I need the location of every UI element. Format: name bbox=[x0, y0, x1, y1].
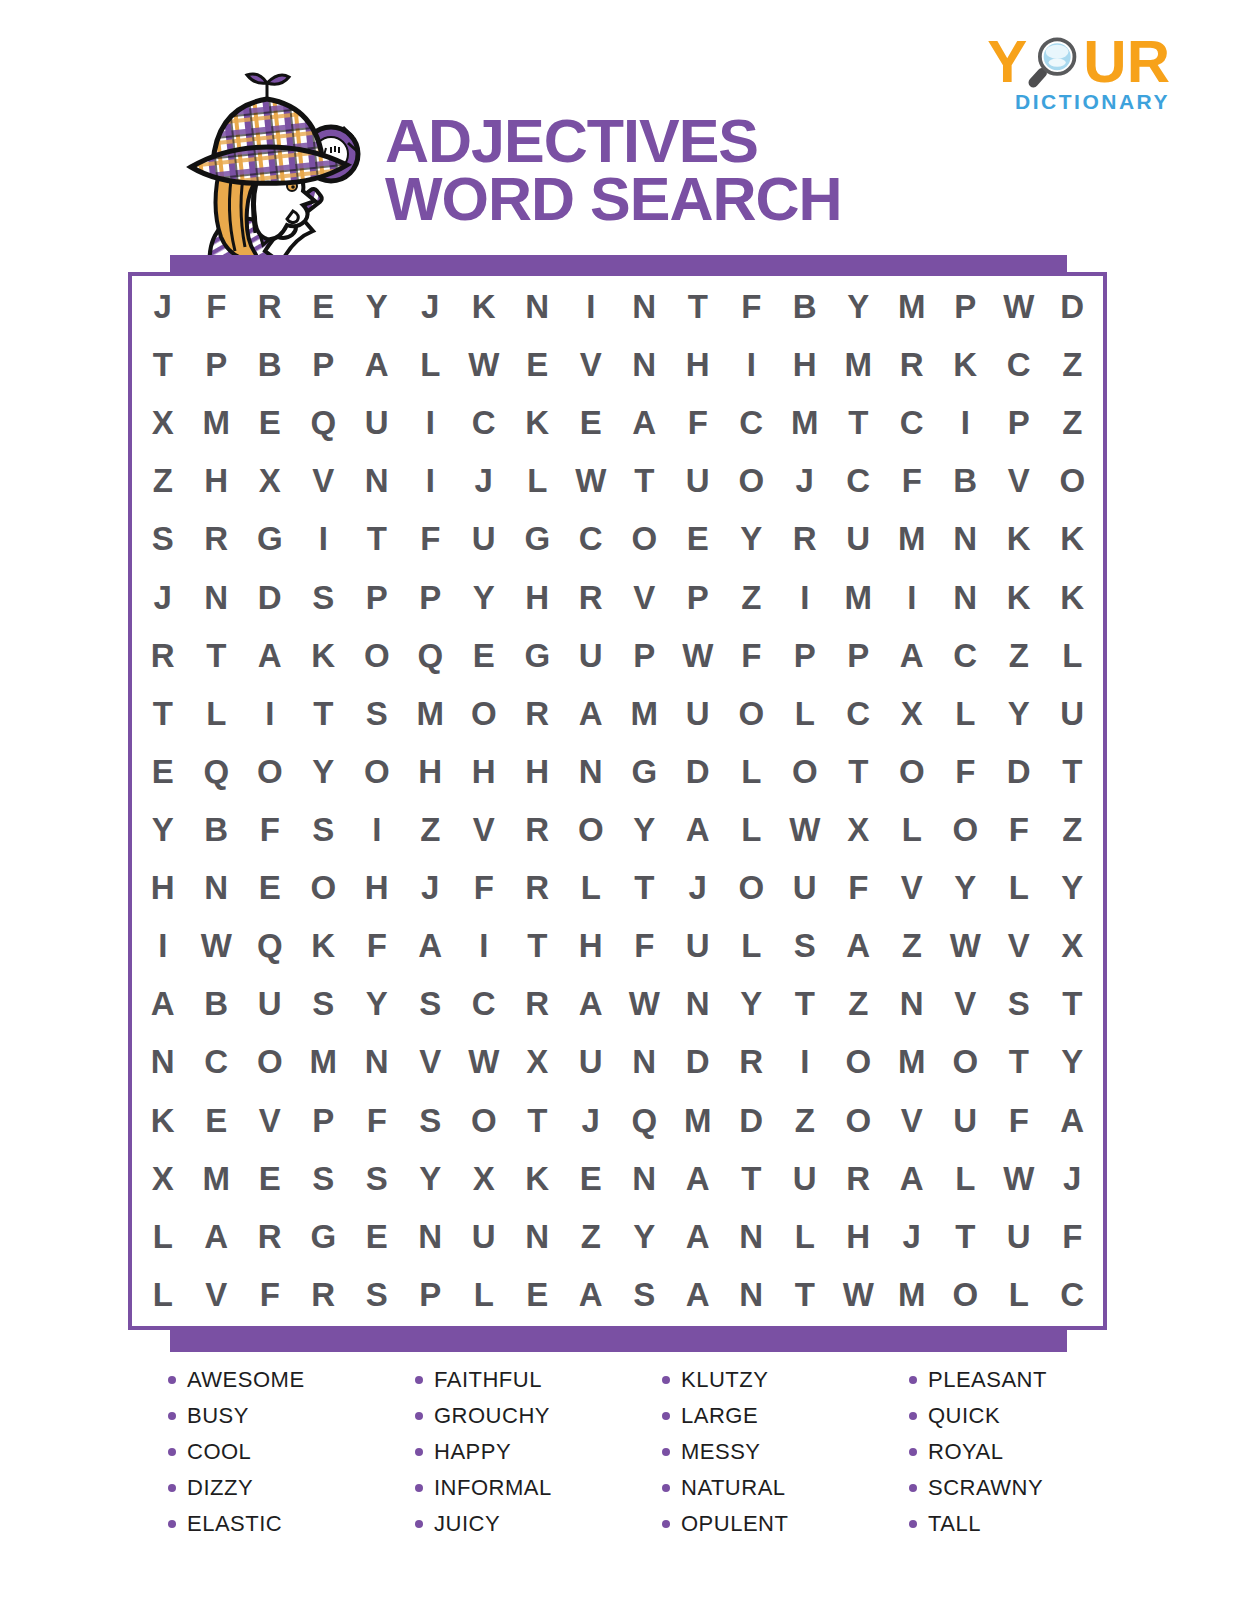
grid-cell[interactable]: P bbox=[992, 394, 1046, 452]
grid-cell[interactable]: M bbox=[618, 685, 672, 743]
grid-cell[interactable]: E bbox=[564, 1150, 618, 1208]
grid-cell[interactable]: P bbox=[404, 1266, 458, 1324]
grid-cell[interactable]: I bbox=[350, 801, 404, 859]
grid-cell[interactable]: A bbox=[885, 627, 939, 685]
grid-cell[interactable]: K bbox=[511, 394, 565, 452]
grid-cell[interactable]: N bbox=[564, 743, 618, 801]
grid-cell[interactable]: B bbox=[939, 452, 993, 510]
grid-cell[interactable]: N bbox=[939, 569, 993, 627]
grid-cell[interactable]: K bbox=[297, 917, 351, 975]
grid-cell[interactable]: J bbox=[404, 278, 458, 336]
grid-cell[interactable]: Y bbox=[350, 278, 404, 336]
grid-cell[interactable]: L bbox=[725, 917, 779, 975]
grid-cell[interactable]: N bbox=[190, 859, 244, 917]
grid-cell[interactable]: F bbox=[350, 917, 404, 975]
grid-cell[interactable]: O bbox=[832, 1092, 886, 1150]
grid-cell[interactable]: Y bbox=[832, 278, 886, 336]
grid-cell[interactable]: G bbox=[511, 510, 565, 568]
grid-cell[interactable]: X bbox=[136, 394, 190, 452]
grid-cell[interactable]: I bbox=[297, 510, 351, 568]
grid-cell[interactable]: F bbox=[618, 917, 672, 975]
grid-cell[interactable]: S bbox=[136, 510, 190, 568]
grid-cell[interactable]: B bbox=[778, 278, 832, 336]
grid-cell[interactable]: P bbox=[618, 627, 672, 685]
grid-cell[interactable]: Y bbox=[1046, 1033, 1100, 1091]
grid-cell[interactable]: N bbox=[671, 975, 725, 1033]
grid-cell[interactable]: X bbox=[511, 1033, 565, 1091]
grid-cell[interactable]: K bbox=[511, 1150, 565, 1208]
grid-cell[interactable]: V bbox=[297, 452, 351, 510]
grid-cell[interactable]: N bbox=[725, 1208, 779, 1266]
grid-cell[interactable]: L bbox=[885, 801, 939, 859]
grid-cell[interactable]: T bbox=[671, 278, 725, 336]
grid-cell[interactable]: R bbox=[511, 859, 565, 917]
grid-cell[interactable]: P bbox=[832, 627, 886, 685]
grid-cell[interactable]: K bbox=[1046, 569, 1100, 627]
grid-cell[interactable]: U bbox=[457, 510, 511, 568]
grid-cell[interactable]: P bbox=[404, 569, 458, 627]
grid-cell[interactable]: R bbox=[511, 801, 565, 859]
grid-cell[interactable]: X bbox=[832, 801, 886, 859]
grid-cell[interactable]: H bbox=[778, 336, 832, 394]
grid-cell[interactable]: F bbox=[725, 278, 779, 336]
grid-cell[interactable]: L bbox=[1046, 627, 1100, 685]
grid-cell[interactable]: M bbox=[671, 1092, 725, 1150]
grid-cell[interactable]: F bbox=[992, 1092, 1046, 1150]
grid-cell[interactable]: S bbox=[350, 1266, 404, 1324]
grid-cell[interactable]: O bbox=[885, 743, 939, 801]
grid-cell[interactable]: H bbox=[350, 859, 404, 917]
grid-cell[interactable]: V bbox=[939, 975, 993, 1033]
grid-cell[interactable]: L bbox=[564, 859, 618, 917]
grid-cell[interactable]: H bbox=[136, 859, 190, 917]
grid-cell[interactable]: Y bbox=[725, 975, 779, 1033]
grid-cell[interactable]: T bbox=[778, 975, 832, 1033]
grid-cell[interactable]: T bbox=[136, 336, 190, 394]
grid-cell[interactable]: Q bbox=[243, 917, 297, 975]
grid-cell[interactable]: I bbox=[564, 278, 618, 336]
grid-cell[interactable]: J bbox=[457, 452, 511, 510]
grid-cell[interactable]: N bbox=[511, 278, 565, 336]
grid-cell[interactable]: Y bbox=[939, 859, 993, 917]
grid-cell[interactable]: V bbox=[190, 1266, 244, 1324]
grid-cell[interactable]: B bbox=[190, 801, 244, 859]
grid-cell[interactable]: A bbox=[564, 685, 618, 743]
grid-cell[interactable]: X bbox=[1046, 917, 1100, 975]
grid-cell[interactable]: F bbox=[671, 394, 725, 452]
grid-cell[interactable]: T bbox=[618, 452, 672, 510]
grid-cell[interactable]: B bbox=[190, 975, 244, 1033]
grid-cell[interactable]: W bbox=[832, 1266, 886, 1324]
grid-cell[interactable]: D bbox=[671, 1033, 725, 1091]
grid-cell[interactable]: A bbox=[350, 336, 404, 394]
grid-cell[interactable]: D bbox=[1046, 278, 1100, 336]
grid-cell[interactable]: N bbox=[939, 510, 993, 568]
grid-cell[interactable]: I bbox=[778, 1033, 832, 1091]
grid-cell[interactable]: U bbox=[778, 859, 832, 917]
grid-cell[interactable]: H bbox=[457, 743, 511, 801]
grid-cell[interactable]: R bbox=[243, 1208, 297, 1266]
grid-cell[interactable]: K bbox=[136, 1092, 190, 1150]
grid-cell[interactable]: O bbox=[618, 510, 672, 568]
grid-cell[interactable]: U bbox=[564, 1033, 618, 1091]
grid-cell[interactable]: N bbox=[350, 1033, 404, 1091]
grid-cell[interactable]: J bbox=[136, 569, 190, 627]
grid-cell[interactable]: T bbox=[511, 1092, 565, 1150]
grid-cell[interactable]: L bbox=[725, 801, 779, 859]
grid-cell[interactable]: M bbox=[404, 685, 458, 743]
grid-cell[interactable]: I bbox=[939, 394, 993, 452]
grid-cell[interactable]: W bbox=[564, 452, 618, 510]
grid-cell[interactable]: J bbox=[1046, 1150, 1100, 1208]
grid-cell[interactable]: S bbox=[404, 975, 458, 1033]
grid-cell[interactable]: Y bbox=[457, 569, 511, 627]
grid-cell[interactable]: L bbox=[778, 1208, 832, 1266]
grid-cell[interactable]: Z bbox=[1046, 394, 1100, 452]
grid-cell[interactable]: O bbox=[350, 627, 404, 685]
grid-cell[interactable]: H bbox=[564, 917, 618, 975]
grid-cell[interactable]: S bbox=[297, 1150, 351, 1208]
grid-cell[interactable]: I bbox=[725, 336, 779, 394]
grid-cell[interactable]: M bbox=[190, 394, 244, 452]
grid-cell[interactable]: R bbox=[511, 685, 565, 743]
grid-cell[interactable]: C bbox=[457, 975, 511, 1033]
grid-cell[interactable]: S bbox=[992, 975, 1046, 1033]
grid-cell[interactable]: U bbox=[457, 1208, 511, 1266]
grid-cell[interactable]: Y bbox=[725, 510, 779, 568]
grid-cell[interactable]: V bbox=[564, 336, 618, 394]
grid-cell[interactable]: Q bbox=[618, 1092, 672, 1150]
grid-cell[interactable]: X bbox=[885, 685, 939, 743]
grid-cell[interactable]: X bbox=[136, 1150, 190, 1208]
grid-cell[interactable]: N bbox=[618, 1033, 672, 1091]
grid-cell[interactable]: P bbox=[297, 336, 351, 394]
grid-cell[interactable]: S bbox=[350, 685, 404, 743]
grid-cell[interactable]: F bbox=[404, 510, 458, 568]
grid-cell[interactable]: R bbox=[725, 1033, 779, 1091]
grid-cell[interactable]: E bbox=[297, 278, 351, 336]
grid-cell[interactable]: F bbox=[1046, 1208, 1100, 1266]
grid-cell[interactable]: F bbox=[243, 1266, 297, 1324]
grid-cell[interactable]: P bbox=[297, 1092, 351, 1150]
grid-cell[interactable]: W bbox=[457, 336, 511, 394]
grid-cell[interactable]: B bbox=[243, 336, 297, 394]
grid-cell[interactable]: F bbox=[457, 859, 511, 917]
grid-cell[interactable]: R bbox=[190, 510, 244, 568]
grid-cell[interactable]: L bbox=[939, 685, 993, 743]
grid-cell[interactable]: H bbox=[404, 743, 458, 801]
grid-cell[interactable]: T bbox=[618, 859, 672, 917]
grid-cell[interactable]: J bbox=[136, 278, 190, 336]
grid-cell[interactable]: S bbox=[297, 801, 351, 859]
grid-cell[interactable]: M bbox=[190, 1150, 244, 1208]
grid-cell[interactable]: O bbox=[1046, 452, 1100, 510]
grid-cell[interactable]: C bbox=[190, 1033, 244, 1091]
grid-cell[interactable]: V bbox=[243, 1092, 297, 1150]
grid-cell[interactable]: I bbox=[457, 917, 511, 975]
grid-cell[interactable]: L bbox=[992, 859, 1046, 917]
grid-cell[interactable]: U bbox=[671, 452, 725, 510]
grid-cell[interactable]: L bbox=[457, 1266, 511, 1324]
grid-cell[interactable]: Y bbox=[404, 1150, 458, 1208]
grid-cell[interactable]: F bbox=[939, 743, 993, 801]
grid-cell[interactable]: O bbox=[457, 685, 511, 743]
grid-cell[interactable]: U bbox=[671, 685, 725, 743]
grid-cell[interactable]: L bbox=[404, 336, 458, 394]
grid-cell[interactable]: L bbox=[778, 685, 832, 743]
grid-cell[interactable]: Q bbox=[190, 743, 244, 801]
grid-cell[interactable]: F bbox=[350, 1092, 404, 1150]
grid-cell[interactable]: N bbox=[190, 569, 244, 627]
grid-cell[interactable]: U bbox=[778, 1150, 832, 1208]
grid-cell[interactable]: C bbox=[1046, 1266, 1100, 1324]
grid-cell[interactable]: S bbox=[618, 1266, 672, 1324]
grid-cell[interactable]: D bbox=[671, 743, 725, 801]
grid-cell[interactable]: R bbox=[243, 278, 297, 336]
grid-cell[interactable]: A bbox=[1046, 1092, 1100, 1150]
grid-cell[interactable]: A bbox=[885, 1150, 939, 1208]
grid-cell[interactable]: T bbox=[832, 394, 886, 452]
grid-cell[interactable]: C bbox=[725, 394, 779, 452]
grid-cell[interactable]: M bbox=[885, 1033, 939, 1091]
grid-cell[interactable]: H bbox=[190, 452, 244, 510]
grid-cell[interactable]: R bbox=[297, 1266, 351, 1324]
grid-cell[interactable]: W bbox=[457, 1033, 511, 1091]
grid-cell[interactable]: J bbox=[404, 859, 458, 917]
grid-cell[interactable]: I bbox=[404, 452, 458, 510]
grid-cell[interactable]: E bbox=[243, 859, 297, 917]
grid-cell[interactable]: V bbox=[992, 917, 1046, 975]
grid-cell[interactable]: T bbox=[136, 685, 190, 743]
grid-cell[interactable]: W bbox=[778, 801, 832, 859]
grid-cell[interactable]: A bbox=[671, 1208, 725, 1266]
grid-cell[interactable]: N bbox=[885, 975, 939, 1033]
grid-cell[interactable]: X bbox=[243, 452, 297, 510]
grid-cell[interactable]: F bbox=[243, 801, 297, 859]
grid-cell[interactable]: Y bbox=[618, 1208, 672, 1266]
grid-cell[interactable]: T bbox=[992, 1033, 1046, 1091]
grid-cell[interactable]: T bbox=[511, 917, 565, 975]
grid-cell[interactable]: C bbox=[992, 336, 1046, 394]
grid-cell[interactable]: L bbox=[992, 1266, 1046, 1324]
grid-cell[interactable]: E bbox=[511, 1266, 565, 1324]
grid-cell[interactable]: T bbox=[190, 627, 244, 685]
grid-cell[interactable]: M bbox=[832, 569, 886, 627]
grid-cell[interactable]: P bbox=[350, 569, 404, 627]
grid-cell[interactable]: K bbox=[992, 569, 1046, 627]
grid-cell[interactable]: R bbox=[778, 510, 832, 568]
grid-cell[interactable]: E bbox=[243, 394, 297, 452]
grid-cell[interactable]: J bbox=[778, 452, 832, 510]
grid-cell[interactable]: L bbox=[939, 1150, 993, 1208]
grid-cell[interactable]: U bbox=[350, 394, 404, 452]
grid-cell[interactable]: G bbox=[511, 627, 565, 685]
grid-cell[interactable]: A bbox=[404, 917, 458, 975]
grid-cell[interactable]: I bbox=[778, 569, 832, 627]
grid-cell[interactable]: H bbox=[671, 336, 725, 394]
grid-cell[interactable]: Z bbox=[1046, 336, 1100, 394]
grid-cell[interactable]: P bbox=[190, 336, 244, 394]
grid-cell[interactable]: D bbox=[992, 743, 1046, 801]
grid-cell[interactable]: N bbox=[136, 1033, 190, 1091]
grid-cell[interactable]: R bbox=[885, 336, 939, 394]
grid-cell[interactable]: W bbox=[992, 278, 1046, 336]
grid-cell[interactable]: E bbox=[564, 394, 618, 452]
grid-cell[interactable]: N bbox=[618, 336, 672, 394]
grid-cell[interactable]: P bbox=[939, 278, 993, 336]
grid-cell[interactable]: P bbox=[778, 627, 832, 685]
grid-cell[interactable]: A bbox=[564, 975, 618, 1033]
grid-cell[interactable]: Q bbox=[297, 394, 351, 452]
grid-cell[interactable]: Q bbox=[404, 627, 458, 685]
grid-cell[interactable]: F bbox=[190, 278, 244, 336]
grid-cell[interactable]: O bbox=[243, 1033, 297, 1091]
grid-cell[interactable]: E bbox=[457, 627, 511, 685]
grid-cell[interactable]: R bbox=[511, 975, 565, 1033]
grid-cell[interactable]: F bbox=[885, 452, 939, 510]
grid-cell[interactable]: W bbox=[618, 975, 672, 1033]
grid-cell[interactable]: J bbox=[885, 1208, 939, 1266]
grid-cell[interactable]: H bbox=[511, 569, 565, 627]
grid-cell[interactable]: O bbox=[457, 1092, 511, 1150]
grid-cell[interactable]: E bbox=[190, 1092, 244, 1150]
grid-cell[interactable]: O bbox=[350, 743, 404, 801]
grid-cell[interactable]: L bbox=[511, 452, 565, 510]
grid-cell[interactable]: V bbox=[992, 452, 1046, 510]
grid-cell[interactable]: S bbox=[404, 1092, 458, 1150]
grid-cell[interactable]: Z bbox=[404, 801, 458, 859]
grid-cell[interactable]: M bbox=[885, 278, 939, 336]
grid-cell[interactable]: A bbox=[136, 975, 190, 1033]
grid-cell[interactable]: K bbox=[939, 336, 993, 394]
grid-cell[interactable]: N bbox=[618, 278, 672, 336]
grid-cell[interactable]: G bbox=[243, 510, 297, 568]
grid-cell[interactable]: A bbox=[564, 1266, 618, 1324]
grid-cell[interactable]: E bbox=[350, 1208, 404, 1266]
grid-cell[interactable]: O bbox=[725, 452, 779, 510]
grid-cell[interactable]: E bbox=[243, 1150, 297, 1208]
grid-cell[interactable]: K bbox=[457, 278, 511, 336]
grid-cell[interactable]: Y bbox=[618, 801, 672, 859]
grid-cell[interactable]: C bbox=[564, 510, 618, 568]
grid-cell[interactable]: N bbox=[350, 452, 404, 510]
grid-cell[interactable]: Z bbox=[778, 1092, 832, 1150]
grid-cell[interactable]: V bbox=[618, 569, 672, 627]
grid-cell[interactable]: L bbox=[136, 1266, 190, 1324]
grid-cell[interactable]: Z bbox=[725, 569, 779, 627]
grid-cell[interactable]: L bbox=[136, 1208, 190, 1266]
grid-cell[interactable]: R bbox=[136, 627, 190, 685]
grid-cell[interactable]: U bbox=[832, 510, 886, 568]
grid-cell[interactable]: A bbox=[671, 1150, 725, 1208]
grid-cell[interactable]: U bbox=[564, 627, 618, 685]
grid-cell[interactable]: N bbox=[404, 1208, 458, 1266]
grid-cell[interactable]: K bbox=[297, 627, 351, 685]
grid-cell[interactable]: Y bbox=[136, 801, 190, 859]
grid-cell[interactable]: I bbox=[404, 394, 458, 452]
grid-cell[interactable]: W bbox=[939, 917, 993, 975]
grid-cell[interactable]: U bbox=[243, 975, 297, 1033]
grid-cell[interactable]: T bbox=[778, 1266, 832, 1324]
grid-cell[interactable]: J bbox=[564, 1092, 618, 1150]
grid-cell[interactable]: T bbox=[297, 685, 351, 743]
grid-cell[interactable]: H bbox=[511, 743, 565, 801]
grid-cell[interactable]: U bbox=[671, 917, 725, 975]
grid-cell[interactable]: A bbox=[832, 917, 886, 975]
grid-cell[interactable]: C bbox=[832, 685, 886, 743]
grid-cell[interactable]: H bbox=[832, 1208, 886, 1266]
grid-cell[interactable]: M bbox=[297, 1033, 351, 1091]
grid-cell[interactable]: G bbox=[618, 743, 672, 801]
grid-cell[interactable]: J bbox=[671, 859, 725, 917]
grid-cell[interactable]: C bbox=[832, 452, 886, 510]
grid-cell[interactable]: Z bbox=[136, 452, 190, 510]
grid-cell[interactable]: O bbox=[778, 743, 832, 801]
grid-cell[interactable]: O bbox=[832, 1033, 886, 1091]
grid-cell[interactable]: W bbox=[671, 627, 725, 685]
grid-cell[interactable]: O bbox=[725, 859, 779, 917]
grid-cell[interactable]: N bbox=[511, 1208, 565, 1266]
grid-cell[interactable]: E bbox=[671, 510, 725, 568]
grid-cell[interactable]: S bbox=[350, 1150, 404, 1208]
grid-cell[interactable]: Z bbox=[992, 627, 1046, 685]
grid-cell[interactable]: Y bbox=[350, 975, 404, 1033]
grid-cell[interactable]: E bbox=[136, 743, 190, 801]
grid-cell[interactable]: T bbox=[725, 1150, 779, 1208]
grid-cell[interactable]: F bbox=[832, 859, 886, 917]
grid-cell[interactable]: K bbox=[1046, 510, 1100, 568]
grid-cell[interactable]: U bbox=[992, 1208, 1046, 1266]
grid-cell[interactable]: Z bbox=[885, 917, 939, 975]
grid-cell[interactable]: Z bbox=[1046, 801, 1100, 859]
grid-cell[interactable]: M bbox=[885, 510, 939, 568]
grid-cell[interactable]: T bbox=[939, 1208, 993, 1266]
grid-cell[interactable]: A bbox=[190, 1208, 244, 1266]
grid-cell[interactable]: M bbox=[885, 1266, 939, 1324]
grid-cell[interactable]: V bbox=[457, 801, 511, 859]
grid-cell[interactable]: A bbox=[671, 801, 725, 859]
grid-cell[interactable]: I bbox=[136, 917, 190, 975]
grid-cell[interactable]: M bbox=[832, 336, 886, 394]
grid-cell[interactable]: F bbox=[992, 801, 1046, 859]
grid-cell[interactable]: M bbox=[778, 394, 832, 452]
grid-cell[interactable]: U bbox=[939, 1092, 993, 1150]
grid-cell[interactable]: T bbox=[350, 510, 404, 568]
grid-cell[interactable]: S bbox=[297, 975, 351, 1033]
grid-cell[interactable]: L bbox=[190, 685, 244, 743]
grid-cell[interactable]: Y bbox=[1046, 859, 1100, 917]
grid-cell[interactable]: N bbox=[618, 1150, 672, 1208]
grid-cell[interactable]: D bbox=[725, 1092, 779, 1150]
grid-cell[interactable]: Y bbox=[992, 685, 1046, 743]
grid-cell[interactable]: I bbox=[885, 569, 939, 627]
grid-cell[interactable]: C bbox=[939, 627, 993, 685]
grid-cell[interactable]: Z bbox=[832, 975, 886, 1033]
grid-cell[interactable]: X bbox=[457, 1150, 511, 1208]
grid-cell[interactable]: G bbox=[297, 1208, 351, 1266]
grid-cell[interactable]: T bbox=[832, 743, 886, 801]
grid-cell[interactable]: O bbox=[939, 1033, 993, 1091]
grid-cell[interactable]: O bbox=[243, 743, 297, 801]
grid-cell[interactable]: Z bbox=[564, 1208, 618, 1266]
grid-cell[interactable]: R bbox=[832, 1150, 886, 1208]
grid-cell[interactable]: U bbox=[1046, 685, 1100, 743]
grid-cell[interactable]: N bbox=[725, 1266, 779, 1324]
grid-cell[interactable]: F bbox=[725, 627, 779, 685]
grid-cell[interactable]: L bbox=[725, 743, 779, 801]
grid-cell[interactable]: T bbox=[1046, 975, 1100, 1033]
grid-cell[interactable]: I bbox=[243, 685, 297, 743]
